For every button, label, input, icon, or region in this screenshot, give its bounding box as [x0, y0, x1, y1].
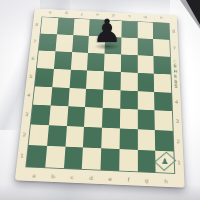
brand-text: CHESS: [172, 64, 178, 90]
square-b8: [57, 18, 74, 35]
coordinate-label: 1: [20, 154, 24, 159]
square-h6: [154, 56, 171, 74]
corner-emblem-icon: ♟: [154, 152, 176, 172]
square-f7: [121, 37, 137, 55]
coordinate-label: b: [144, 15, 147, 19]
square-d6: [87, 53, 104, 71]
square-h7: [153, 39, 170, 57]
square-h3: [155, 111, 173, 132]
coordinate-label: 7: [173, 46, 176, 50]
square-a1: [26, 145, 46, 167]
square-c8: [73, 19, 90, 36]
square-g5: [137, 73, 154, 92]
coordinate-label: 2: [176, 139, 180, 144]
coordinate-label: c: [70, 175, 74, 181]
coordinate-label: 5: [174, 81, 178, 86]
square-e6: [104, 53, 121, 71]
square-d2: [83, 127, 102, 148]
coordinate-label: 8: [35, 22, 39, 26]
square-b2: [47, 125, 67, 146]
coordinate-label: b: [51, 174, 55, 180]
coordinate-label: 4: [27, 93, 31, 98]
square-c1: [63, 147, 83, 169]
square-h1: ♟: [155, 151, 174, 173]
square-b7: [55, 34, 73, 52]
square-g1: [137, 150, 155, 172]
brand-knight-icon: ♘: [172, 59, 177, 63]
file-labels-bottom: abcdefgh: [24, 173, 175, 185]
square-a5: [35, 68, 54, 87]
square-a2: [29, 125, 49, 146]
square-f1: [119, 149, 137, 171]
square-g6: [137, 55, 154, 73]
coordinate-label: 3: [25, 112, 29, 117]
square-g2: [137, 129, 155, 150]
coordinate-label: g: [65, 11, 69, 15]
coordinate-label: 4: [175, 100, 179, 105]
coordinate-label: a: [160, 16, 163, 20]
square-e3: [102, 108, 120, 129]
coordinate-label: 1: [177, 161, 181, 166]
coordinate-label: h: [164, 179, 168, 185]
square-f6: [121, 54, 138, 72]
coordinate-label: 6: [31, 56, 35, 60]
square-c5: [69, 69, 87, 88]
square-g4: [137, 91, 154, 111]
square-a4: [33, 86, 52, 106]
square-h8: [153, 23, 169, 40]
square-c6: [70, 52, 88, 70]
square-g3: [137, 110, 155, 131]
coordinate-label: a: [32, 173, 36, 179]
coordinate-label: 8: [172, 29, 175, 33]
square-e4: [103, 89, 121, 109]
coordinate-label: c: [128, 14, 131, 18]
square-b5: [52, 69, 70, 88]
square-b4: [50, 87, 69, 107]
square-d4: [85, 88, 103, 108]
square-a3: [31, 105, 51, 125]
square-g7: [137, 38, 153, 56]
coordinate-label: 7: [33, 39, 37, 43]
coordinate-label: g: [145, 178, 149, 184]
coordinate-label: d: [89, 175, 93, 181]
square-g8: [137, 22, 153, 39]
coordinate-label: 5: [29, 74, 33, 79]
square-f4: [120, 90, 137, 110]
square-d1: [82, 148, 101, 170]
coordinate-label: 6: [173, 63, 177, 67]
square-f8: [121, 21, 137, 38]
brand-logo: ♘ CHESS: [171, 59, 180, 90]
square-c7: [72, 35, 89, 53]
square-f3: [120, 109, 138, 130]
square-h2: [155, 130, 173, 151]
square-b6: [54, 51, 72, 69]
black-pawn: ♟: [92, 14, 122, 48]
square-b1: [45, 146, 65, 168]
square-a6: [37, 50, 55, 68]
square-a8: [41, 17, 59, 34]
square-h4: [154, 92, 172, 112]
square-c4: [68, 88, 86, 108]
coordinate-label: f: [127, 177, 129, 182]
coordinate-label: h: [48, 10, 52, 14]
photo-scene: abcdefgh abcdefgh 87654321 87654321 ♘ CH…: [0, 0, 200, 200]
square-d5: [86, 70, 104, 89]
square-e5: [103, 71, 120, 90]
coordinate-label: 2: [22, 133, 26, 138]
square-f2: [119, 129, 137, 150]
square-e1: [100, 148, 119, 170]
coordinate-label: f: [81, 12, 83, 16]
square-e2: [101, 128, 119, 149]
square-a7: [39, 33, 57, 51]
square-c2: [65, 126, 84, 147]
square-b3: [49, 106, 68, 126]
coordinate-label: e: [108, 176, 112, 182]
square-h5: [154, 73, 171, 92]
coordinate-label: 3: [176, 119, 180, 124]
square-d3: [84, 107, 102, 128]
square-c3: [66, 107, 85, 128]
square-f5: [120, 72, 137, 91]
